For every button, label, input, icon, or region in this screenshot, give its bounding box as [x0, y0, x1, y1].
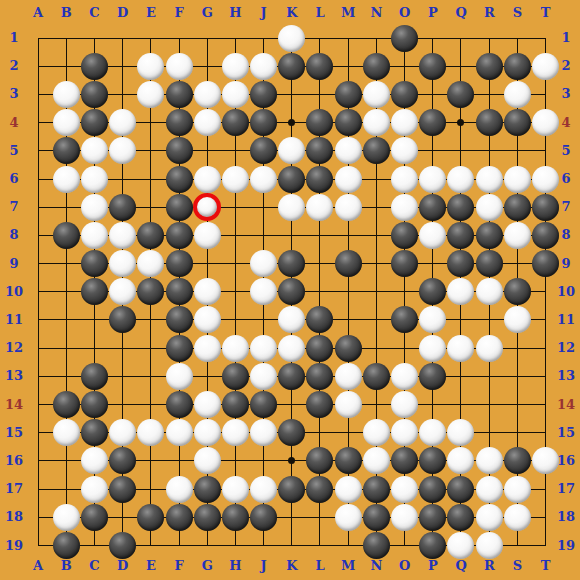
board-point-O2[interactable] [390, 52, 418, 80]
board-point-B3[interactable] [52, 80, 80, 108]
board-point-G6[interactable] [193, 165, 221, 193]
board-point-R11[interactable] [475, 306, 503, 334]
board-point-P9[interactable] [419, 250, 447, 278]
board-point-F1[interactable] [165, 24, 193, 52]
board-point-O13[interactable] [390, 362, 418, 390]
board-point-G13[interactable] [193, 362, 221, 390]
board-point-C14[interactable] [80, 390, 108, 418]
board-point-F18[interactable] [165, 503, 193, 531]
board-point-M17[interactable] [334, 475, 362, 503]
board-point-F16[interactable] [165, 447, 193, 475]
board-point-G2[interactable] [193, 52, 221, 80]
board-point-D13[interactable] [109, 362, 137, 390]
board-point-E7[interactable] [137, 193, 165, 221]
board-point-J8[interactable] [250, 221, 278, 249]
board-point-D5[interactable] [109, 137, 137, 165]
board-point-M10[interactable] [334, 278, 362, 306]
board-point-E18[interactable] [137, 503, 165, 531]
board-point-Q13[interactable] [447, 362, 475, 390]
board-point-D11[interactable] [109, 306, 137, 334]
board-point-F15[interactable] [165, 419, 193, 447]
board-point-A15[interactable] [24, 419, 52, 447]
board-point-Q4[interactable] [447, 109, 475, 137]
board-point-R18[interactable] [475, 503, 503, 531]
board-point-N18[interactable] [362, 503, 390, 531]
board-point-J7[interactable] [250, 193, 278, 221]
board-point-S3[interactable] [503, 80, 531, 108]
board-point-B4[interactable] [52, 109, 80, 137]
board-point-G1[interactable] [193, 24, 221, 52]
board-point-G3[interactable] [193, 80, 221, 108]
board-point-A12[interactable] [24, 334, 52, 362]
board-point-C6[interactable] [80, 165, 108, 193]
board-point-J11[interactable] [250, 306, 278, 334]
board-point-N4[interactable] [362, 109, 390, 137]
board-point-M14[interactable] [334, 390, 362, 418]
board-point-P5[interactable] [419, 137, 447, 165]
board-point-R3[interactable] [475, 80, 503, 108]
board-point-D6[interactable] [109, 165, 137, 193]
board-point-S18[interactable] [503, 503, 531, 531]
board-point-R4[interactable] [475, 109, 503, 137]
board-point-N15[interactable] [362, 419, 390, 447]
board-point-K13[interactable] [278, 362, 306, 390]
board-point-A13[interactable] [24, 362, 52, 390]
board-point-B16[interactable] [52, 447, 80, 475]
board-point-G11[interactable] [193, 306, 221, 334]
board-point-B11[interactable] [52, 306, 80, 334]
board-point-L7[interactable] [306, 193, 334, 221]
board-point-C11[interactable] [80, 306, 108, 334]
board-point-F17[interactable] [165, 475, 193, 503]
board-point-Q3[interactable] [447, 80, 475, 108]
board-point-N3[interactable] [362, 80, 390, 108]
board-point-H2[interactable] [221, 52, 249, 80]
board-point-K19[interactable] [278, 531, 306, 559]
board-point-O10[interactable] [390, 278, 418, 306]
board-point-L17[interactable] [306, 475, 334, 503]
board-point-O17[interactable] [390, 475, 418, 503]
board-point-A2[interactable] [24, 52, 52, 80]
board-point-L5[interactable] [306, 137, 334, 165]
board-point-S6[interactable] [503, 165, 531, 193]
board-point-P19[interactable] [419, 531, 447, 559]
board-point-M9[interactable] [334, 250, 362, 278]
board-point-R1[interactable] [475, 24, 503, 52]
board-point-L9[interactable] [306, 250, 334, 278]
board-point-R12[interactable] [475, 334, 503, 362]
board-point-C18[interactable] [80, 503, 108, 531]
board-point-R16[interactable] [475, 447, 503, 475]
board-point-A18[interactable] [24, 503, 52, 531]
board-point-H11[interactable] [221, 306, 249, 334]
board-point-O1[interactable] [390, 24, 418, 52]
board-point-G5[interactable] [193, 137, 221, 165]
board-point-M4[interactable] [334, 109, 362, 137]
board-point-G16[interactable] [193, 447, 221, 475]
board-point-B7[interactable] [52, 193, 80, 221]
board-point-M18[interactable] [334, 503, 362, 531]
board-point-H15[interactable] [221, 419, 249, 447]
board-point-Q16[interactable] [447, 447, 475, 475]
board-point-D14[interactable] [109, 390, 137, 418]
board-point-E19[interactable] [137, 531, 165, 559]
board-point-D19[interactable] [109, 531, 137, 559]
board-point-D7[interactable] [109, 193, 137, 221]
board-point-S1[interactable] [503, 24, 531, 52]
board-point-B9[interactable] [52, 250, 80, 278]
board-point-M2[interactable] [334, 52, 362, 80]
board-point-H10[interactable] [221, 278, 249, 306]
board-point-J17[interactable] [250, 475, 278, 503]
board-point-A8[interactable] [24, 221, 52, 249]
board-point-O3[interactable] [390, 80, 418, 108]
board-point-H16[interactable] [221, 447, 249, 475]
board-point-D2[interactable] [109, 52, 137, 80]
board-point-F6[interactable] [165, 165, 193, 193]
board-point-C10[interactable] [80, 278, 108, 306]
board-point-K15[interactable] [278, 419, 306, 447]
board-point-P13[interactable] [419, 362, 447, 390]
board-point-Q14[interactable] [447, 390, 475, 418]
board-point-H9[interactable] [221, 250, 249, 278]
board-point-P8[interactable] [419, 221, 447, 249]
board-point-D15[interactable] [109, 419, 137, 447]
board-point-C16[interactable] [80, 447, 108, 475]
board-point-C17[interactable] [80, 475, 108, 503]
board-point-B1[interactable] [52, 24, 80, 52]
board-point-E11[interactable] [137, 306, 165, 334]
board-point-P2[interactable] [419, 52, 447, 80]
board-point-H5[interactable] [221, 137, 249, 165]
board-point-K16[interactable] [278, 447, 306, 475]
board-point-J16[interactable] [250, 447, 278, 475]
board-point-J13[interactable] [250, 362, 278, 390]
board-point-C3[interactable] [80, 80, 108, 108]
board-point-Q18[interactable] [447, 503, 475, 531]
board-point-O5[interactable] [390, 137, 418, 165]
board-point-K4[interactable] [278, 109, 306, 137]
board-point-S8[interactable] [503, 221, 531, 249]
board-point-L12[interactable] [306, 334, 334, 362]
board-point-K17[interactable] [278, 475, 306, 503]
board-point-N12[interactable] [362, 334, 390, 362]
board-point-S17[interactable] [503, 475, 531, 503]
board-point-Q10[interactable] [447, 278, 475, 306]
board-point-N6[interactable] [362, 165, 390, 193]
board-point-K1[interactable] [278, 24, 306, 52]
board-point-Q5[interactable] [447, 137, 475, 165]
board-point-H17[interactable] [221, 475, 249, 503]
board-point-S10[interactable] [503, 278, 531, 306]
board-point-P1[interactable] [419, 24, 447, 52]
board-point-L18[interactable] [306, 503, 334, 531]
board-point-H4[interactable] [221, 109, 249, 137]
board-point-H19[interactable] [221, 531, 249, 559]
board-point-F3[interactable] [165, 80, 193, 108]
board-point-S2[interactable] [503, 52, 531, 80]
board-point-M1[interactable] [334, 24, 362, 52]
board-point-Q7[interactable] [447, 193, 475, 221]
board-point-O12[interactable] [390, 334, 418, 362]
board-point-M13[interactable] [334, 362, 362, 390]
board-point-C5[interactable] [80, 137, 108, 165]
board-point-P17[interactable] [419, 475, 447, 503]
board-point-L11[interactable] [306, 306, 334, 334]
board-point-L19[interactable] [306, 531, 334, 559]
board-point-D1[interactable] [109, 24, 137, 52]
board-point-K10[interactable] [278, 278, 306, 306]
board-point-P4[interactable] [419, 109, 447, 137]
board-point-E9[interactable] [137, 250, 165, 278]
board-point-H14[interactable] [221, 390, 249, 418]
board-point-G12[interactable] [193, 334, 221, 362]
board-point-E12[interactable] [137, 334, 165, 362]
board-point-N10[interactable] [362, 278, 390, 306]
board-point-E5[interactable] [137, 137, 165, 165]
board-point-K7[interactable] [278, 193, 306, 221]
board-point-F4[interactable] [165, 109, 193, 137]
board-point-J15[interactable] [250, 419, 278, 447]
board-point-N17[interactable] [362, 475, 390, 503]
board-point-B13[interactable] [52, 362, 80, 390]
board-point-E8[interactable] [137, 221, 165, 249]
board-point-B12[interactable] [52, 334, 80, 362]
board-point-S9[interactable] [503, 250, 531, 278]
board-point-Q6[interactable] [447, 165, 475, 193]
board-point-P6[interactable] [419, 165, 447, 193]
board-point-C8[interactable] [80, 221, 108, 249]
board-point-C12[interactable] [80, 334, 108, 362]
board-point-A4[interactable] [24, 109, 52, 137]
board-point-R19[interactable] [475, 531, 503, 559]
board-point-A9[interactable] [24, 250, 52, 278]
board-point-L1[interactable] [306, 24, 334, 52]
board-point-C19[interactable] [80, 531, 108, 559]
board-point-O8[interactable] [390, 221, 418, 249]
board-point-M11[interactable] [334, 306, 362, 334]
board-point-S16[interactable] [503, 447, 531, 475]
board-point-M6[interactable] [334, 165, 362, 193]
board-point-K11[interactable] [278, 306, 306, 334]
board-point-H6[interactable] [221, 165, 249, 193]
board-point-R10[interactable] [475, 278, 503, 306]
board-point-C15[interactable] [80, 419, 108, 447]
board-point-J6[interactable] [250, 165, 278, 193]
board-point-B10[interactable] [52, 278, 80, 306]
board-point-Q9[interactable] [447, 250, 475, 278]
board-point-E3[interactable] [137, 80, 165, 108]
board-point-H8[interactable] [221, 221, 249, 249]
board-point-O16[interactable] [390, 447, 418, 475]
board-point-M16[interactable] [334, 447, 362, 475]
board-point-P10[interactable] [419, 278, 447, 306]
board-point-D18[interactable] [109, 503, 137, 531]
board-point-A7[interactable] [24, 193, 52, 221]
board-point-M7[interactable] [334, 193, 362, 221]
board-point-R8[interactable] [475, 221, 503, 249]
board-point-Q11[interactable] [447, 306, 475, 334]
board-point-S7[interactable] [503, 193, 531, 221]
board-point-G17[interactable] [193, 475, 221, 503]
board-point-L8[interactable] [306, 221, 334, 249]
board-point-A16[interactable] [24, 447, 52, 475]
board-point-J10[interactable] [250, 278, 278, 306]
board-point-P14[interactable] [419, 390, 447, 418]
board-point-N16[interactable] [362, 447, 390, 475]
board-point-K2[interactable] [278, 52, 306, 80]
board-point-N7[interactable] [362, 193, 390, 221]
board-point-A5[interactable] [24, 137, 52, 165]
board-point-S14[interactable] [503, 390, 531, 418]
board-point-B19[interactable] [52, 531, 80, 559]
board-point-E17[interactable] [137, 475, 165, 503]
board-point-P7[interactable] [419, 193, 447, 221]
board-point-M12[interactable] [334, 334, 362, 362]
board-point-D12[interactable] [109, 334, 137, 362]
board-point-B5[interactable] [52, 137, 80, 165]
board-point-F10[interactable] [165, 278, 193, 306]
board-point-A10[interactable] [24, 278, 52, 306]
board-point-E4[interactable] [137, 109, 165, 137]
board-point-J18[interactable] [250, 503, 278, 531]
board-point-H13[interactable] [221, 362, 249, 390]
board-point-G4[interactable] [193, 109, 221, 137]
board-point-N11[interactable] [362, 306, 390, 334]
board-point-P3[interactable] [419, 80, 447, 108]
board-point-R17[interactable] [475, 475, 503, 503]
board-point-A14[interactable] [24, 390, 52, 418]
board-point-S19[interactable] [503, 531, 531, 559]
board-point-A1[interactable] [24, 24, 52, 52]
board-point-K12[interactable] [278, 334, 306, 362]
board-point-B17[interactable] [52, 475, 80, 503]
board-point-D8[interactable] [109, 221, 137, 249]
board-point-S4[interactable] [503, 109, 531, 137]
board-point-A3[interactable] [24, 80, 52, 108]
board-point-J3[interactable] [250, 80, 278, 108]
board-point-N8[interactable] [362, 221, 390, 249]
board-point-R13[interactable] [475, 362, 503, 390]
board-point-F11[interactable] [165, 306, 193, 334]
board-point-J1[interactable] [250, 24, 278, 52]
board-point-H18[interactable] [221, 503, 249, 531]
board-point-E1[interactable] [137, 24, 165, 52]
board-point-L3[interactable] [306, 80, 334, 108]
board-point-F7[interactable] [165, 193, 193, 221]
board-point-N19[interactable] [362, 531, 390, 559]
board-point-A6[interactable] [24, 165, 52, 193]
board-point-L10[interactable] [306, 278, 334, 306]
board-point-K8[interactable] [278, 221, 306, 249]
board-point-L13[interactable] [306, 362, 334, 390]
board-point-N14[interactable] [362, 390, 390, 418]
board-point-P11[interactable] [419, 306, 447, 334]
board-point-B14[interactable] [52, 390, 80, 418]
board-point-R5[interactable] [475, 137, 503, 165]
board-point-B18[interactable] [52, 503, 80, 531]
board-point-M5[interactable] [334, 137, 362, 165]
board-point-O4[interactable] [390, 109, 418, 137]
board-point-H7[interactable] [221, 193, 249, 221]
board-point-N5[interactable] [362, 137, 390, 165]
board-point-G18[interactable] [193, 503, 221, 531]
board-point-J14[interactable] [250, 390, 278, 418]
board-point-J2[interactable] [250, 52, 278, 80]
board-point-N2[interactable] [362, 52, 390, 80]
board-point-H3[interactable] [221, 80, 249, 108]
board-point-F9[interactable] [165, 250, 193, 278]
board-point-L14[interactable] [306, 390, 334, 418]
board-point-B6[interactable] [52, 165, 80, 193]
board-point-P16[interactable] [419, 447, 447, 475]
board-point-K6[interactable] [278, 165, 306, 193]
board-point-R2[interactable] [475, 52, 503, 80]
board-point-Q1[interactable] [447, 24, 475, 52]
board-point-E13[interactable] [137, 362, 165, 390]
board-point-R15[interactable] [475, 419, 503, 447]
board-point-S15[interactable] [503, 419, 531, 447]
board-point-J19[interactable] [250, 531, 278, 559]
board-point-S13[interactable] [503, 362, 531, 390]
board-point-Q15[interactable] [447, 419, 475, 447]
board-point-G19[interactable] [193, 531, 221, 559]
board-point-G9[interactable] [193, 250, 221, 278]
board-point-K5[interactable] [278, 137, 306, 165]
board-point-P15[interactable] [419, 419, 447, 447]
board-point-A17[interactable] [24, 475, 52, 503]
board-point-D17[interactable] [109, 475, 137, 503]
board-point-N13[interactable] [362, 362, 390, 390]
board-point-E15[interactable] [137, 419, 165, 447]
board-point-O11[interactable] [390, 306, 418, 334]
board-point-D16[interactable] [109, 447, 137, 475]
board-point-L16[interactable] [306, 447, 334, 475]
board-point-K9[interactable] [278, 250, 306, 278]
board-point-F2[interactable] [165, 52, 193, 80]
board-point-G15[interactable] [193, 419, 221, 447]
board-point-G10[interactable] [193, 278, 221, 306]
board-point-L2[interactable] [306, 52, 334, 80]
board-point-N1[interactable] [362, 24, 390, 52]
board-point-C9[interactable] [80, 250, 108, 278]
board-point-F14[interactable] [165, 390, 193, 418]
board-point-E2[interactable] [137, 52, 165, 80]
board-point-J12[interactable] [250, 334, 278, 362]
board-point-D10[interactable] [109, 278, 137, 306]
board-point-O15[interactable] [390, 419, 418, 447]
board-point-H12[interactable] [221, 334, 249, 362]
board-point-L4[interactable] [306, 109, 334, 137]
board-point-J4[interactable] [250, 109, 278, 137]
board-point-M15[interactable] [334, 419, 362, 447]
board-point-Q2[interactable] [447, 52, 475, 80]
board-point-Q19[interactable] [447, 531, 475, 559]
board-point-P18[interactable] [419, 503, 447, 531]
board-point-R14[interactable] [475, 390, 503, 418]
board-point-D3[interactable] [109, 80, 137, 108]
board-point-C2[interactable] [80, 52, 108, 80]
board-point-C13[interactable] [80, 362, 108, 390]
board-point-M3[interactable] [334, 80, 362, 108]
board-point-S12[interactable] [503, 334, 531, 362]
board-point-H1[interactable] [221, 24, 249, 52]
board-point-O19[interactable] [390, 531, 418, 559]
board-point-E10[interactable] [137, 278, 165, 306]
board-point-Q8[interactable] [447, 221, 475, 249]
board-point-F12[interactable] [165, 334, 193, 362]
board-point-E16[interactable] [137, 447, 165, 475]
